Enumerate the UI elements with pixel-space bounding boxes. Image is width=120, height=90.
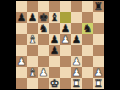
square-d2[interactable] xyxy=(49,67,60,78)
square-f7[interactable] xyxy=(71,12,82,23)
square-a2[interactable] xyxy=(16,67,27,78)
square-d3[interactable] xyxy=(49,56,60,67)
white-rook[interactable]: ♜ xyxy=(94,78,103,89)
square-g6[interactable]: ♞ xyxy=(82,23,93,34)
square-g1[interactable] xyxy=(82,78,93,89)
square-h6[interactable] xyxy=(93,23,104,34)
black-pawn[interactable]: ♟ xyxy=(28,12,37,23)
square-e1[interactable] xyxy=(60,78,71,89)
square-h2[interactable]: ♟ xyxy=(93,67,104,78)
square-f2[interactable]: ♟ xyxy=(71,67,82,78)
square-f1[interactable]: ♜ xyxy=(71,78,82,89)
square-b4[interactable] xyxy=(27,45,38,56)
square-c3[interactable] xyxy=(38,56,49,67)
white-king[interactable]: ♚ xyxy=(50,78,59,89)
square-d5[interactable]: ♟ xyxy=(49,34,60,45)
square-e7[interactable] xyxy=(60,12,71,23)
square-a4[interactable] xyxy=(16,45,27,56)
letterbox-background: ♜♟♟♚♝♞♟♞♝♟♟♟♟♟♟♝♟♟♟♚♜♜ xyxy=(0,0,120,90)
square-b2[interactable]: ♝ xyxy=(27,67,38,78)
square-b5[interactable]: ♝ xyxy=(27,34,38,45)
square-g8[interactable] xyxy=(82,1,93,12)
square-d8[interactable] xyxy=(49,1,60,12)
square-g5[interactable] xyxy=(82,34,93,45)
square-b8[interactable] xyxy=(27,1,38,12)
white-pawn[interactable]: ♟ xyxy=(39,67,48,78)
square-g4[interactable] xyxy=(82,45,93,56)
white-pawn[interactable]: ♟ xyxy=(17,56,26,67)
square-d4[interactable]: ♟ xyxy=(49,45,60,56)
square-a8[interactable] xyxy=(16,1,27,12)
black-pawn[interactable]: ♟ xyxy=(61,23,70,34)
white-bishop[interactable]: ♝ xyxy=(28,67,37,78)
black-pawn[interactable]: ♟ xyxy=(17,12,26,23)
square-f8[interactable] xyxy=(71,1,82,12)
square-a6[interactable] xyxy=(16,23,27,34)
square-c2[interactable]: ♟ xyxy=(38,67,49,78)
square-c5[interactable] xyxy=(38,34,49,45)
square-d1[interactable]: ♚ xyxy=(49,78,60,89)
black-pawn[interactable]: ♟ xyxy=(72,34,81,45)
black-knight[interactable]: ♞ xyxy=(39,23,48,34)
square-e4[interactable] xyxy=(60,45,71,56)
black-pawn[interactable]: ♟ xyxy=(50,45,59,56)
square-e3[interactable] xyxy=(60,56,71,67)
white-pawn[interactable]: ♟ xyxy=(72,56,81,67)
black-pawn[interactable]: ♟ xyxy=(50,34,59,45)
square-d6[interactable] xyxy=(49,23,60,34)
square-c7[interactable]: ♚ xyxy=(38,12,49,23)
square-d7[interactable]: ♝ xyxy=(49,12,60,23)
black-knight[interactable]: ♞ xyxy=(83,23,92,34)
square-f5[interactable]: ♟ xyxy=(71,34,82,45)
square-g3[interactable] xyxy=(82,56,93,67)
square-a7[interactable]: ♟ xyxy=(16,12,27,23)
black-rook[interactable]: ♜ xyxy=(94,1,103,12)
square-b6[interactable] xyxy=(27,23,38,34)
white-rook[interactable]: ♜ xyxy=(72,78,81,89)
square-e8[interactable] xyxy=(60,1,71,12)
square-b7[interactable]: ♟ xyxy=(27,12,38,23)
white-bishop[interactable]: ♝ xyxy=(28,34,37,45)
square-e2[interactable] xyxy=(60,67,71,78)
square-h1[interactable]: ♜ xyxy=(93,78,104,89)
square-c8[interactable] xyxy=(38,1,49,12)
square-b3[interactable] xyxy=(27,56,38,67)
white-pawn[interactable]: ♟ xyxy=(72,67,81,78)
square-f3[interactable]: ♟ xyxy=(71,56,82,67)
square-b1[interactable] xyxy=(27,78,38,89)
chess-board: ♜♟♟♚♝♞♟♞♝♟♟♟♟♟♟♝♟♟♟♚♜♜ xyxy=(16,1,104,89)
square-f4[interactable] xyxy=(71,45,82,56)
square-e6[interactable]: ♟ xyxy=(60,23,71,34)
square-h5[interactable] xyxy=(93,34,104,45)
white-pawn[interactable]: ♟ xyxy=(94,67,103,78)
square-g7[interactable] xyxy=(82,12,93,23)
square-h4[interactable] xyxy=(93,45,104,56)
square-h3[interactable] xyxy=(93,56,104,67)
square-a1[interactable] xyxy=(16,78,27,89)
square-g2[interactable] xyxy=(82,67,93,78)
square-c1[interactable] xyxy=(38,78,49,89)
square-c4[interactable] xyxy=(38,45,49,56)
square-a5[interactable] xyxy=(16,34,27,45)
square-h7[interactable] xyxy=(93,12,104,23)
square-f6[interactable] xyxy=(71,23,82,34)
black-king[interactable]: ♚ xyxy=(39,12,48,23)
white-pawn[interactable]: ♟ xyxy=(61,34,70,45)
square-e5[interactable]: ♟ xyxy=(60,34,71,45)
square-a3[interactable]: ♟ xyxy=(16,56,27,67)
square-h8[interactable]: ♜ xyxy=(93,1,104,12)
black-bishop[interactable]: ♝ xyxy=(50,12,59,23)
square-c6[interactable]: ♞ xyxy=(38,23,49,34)
